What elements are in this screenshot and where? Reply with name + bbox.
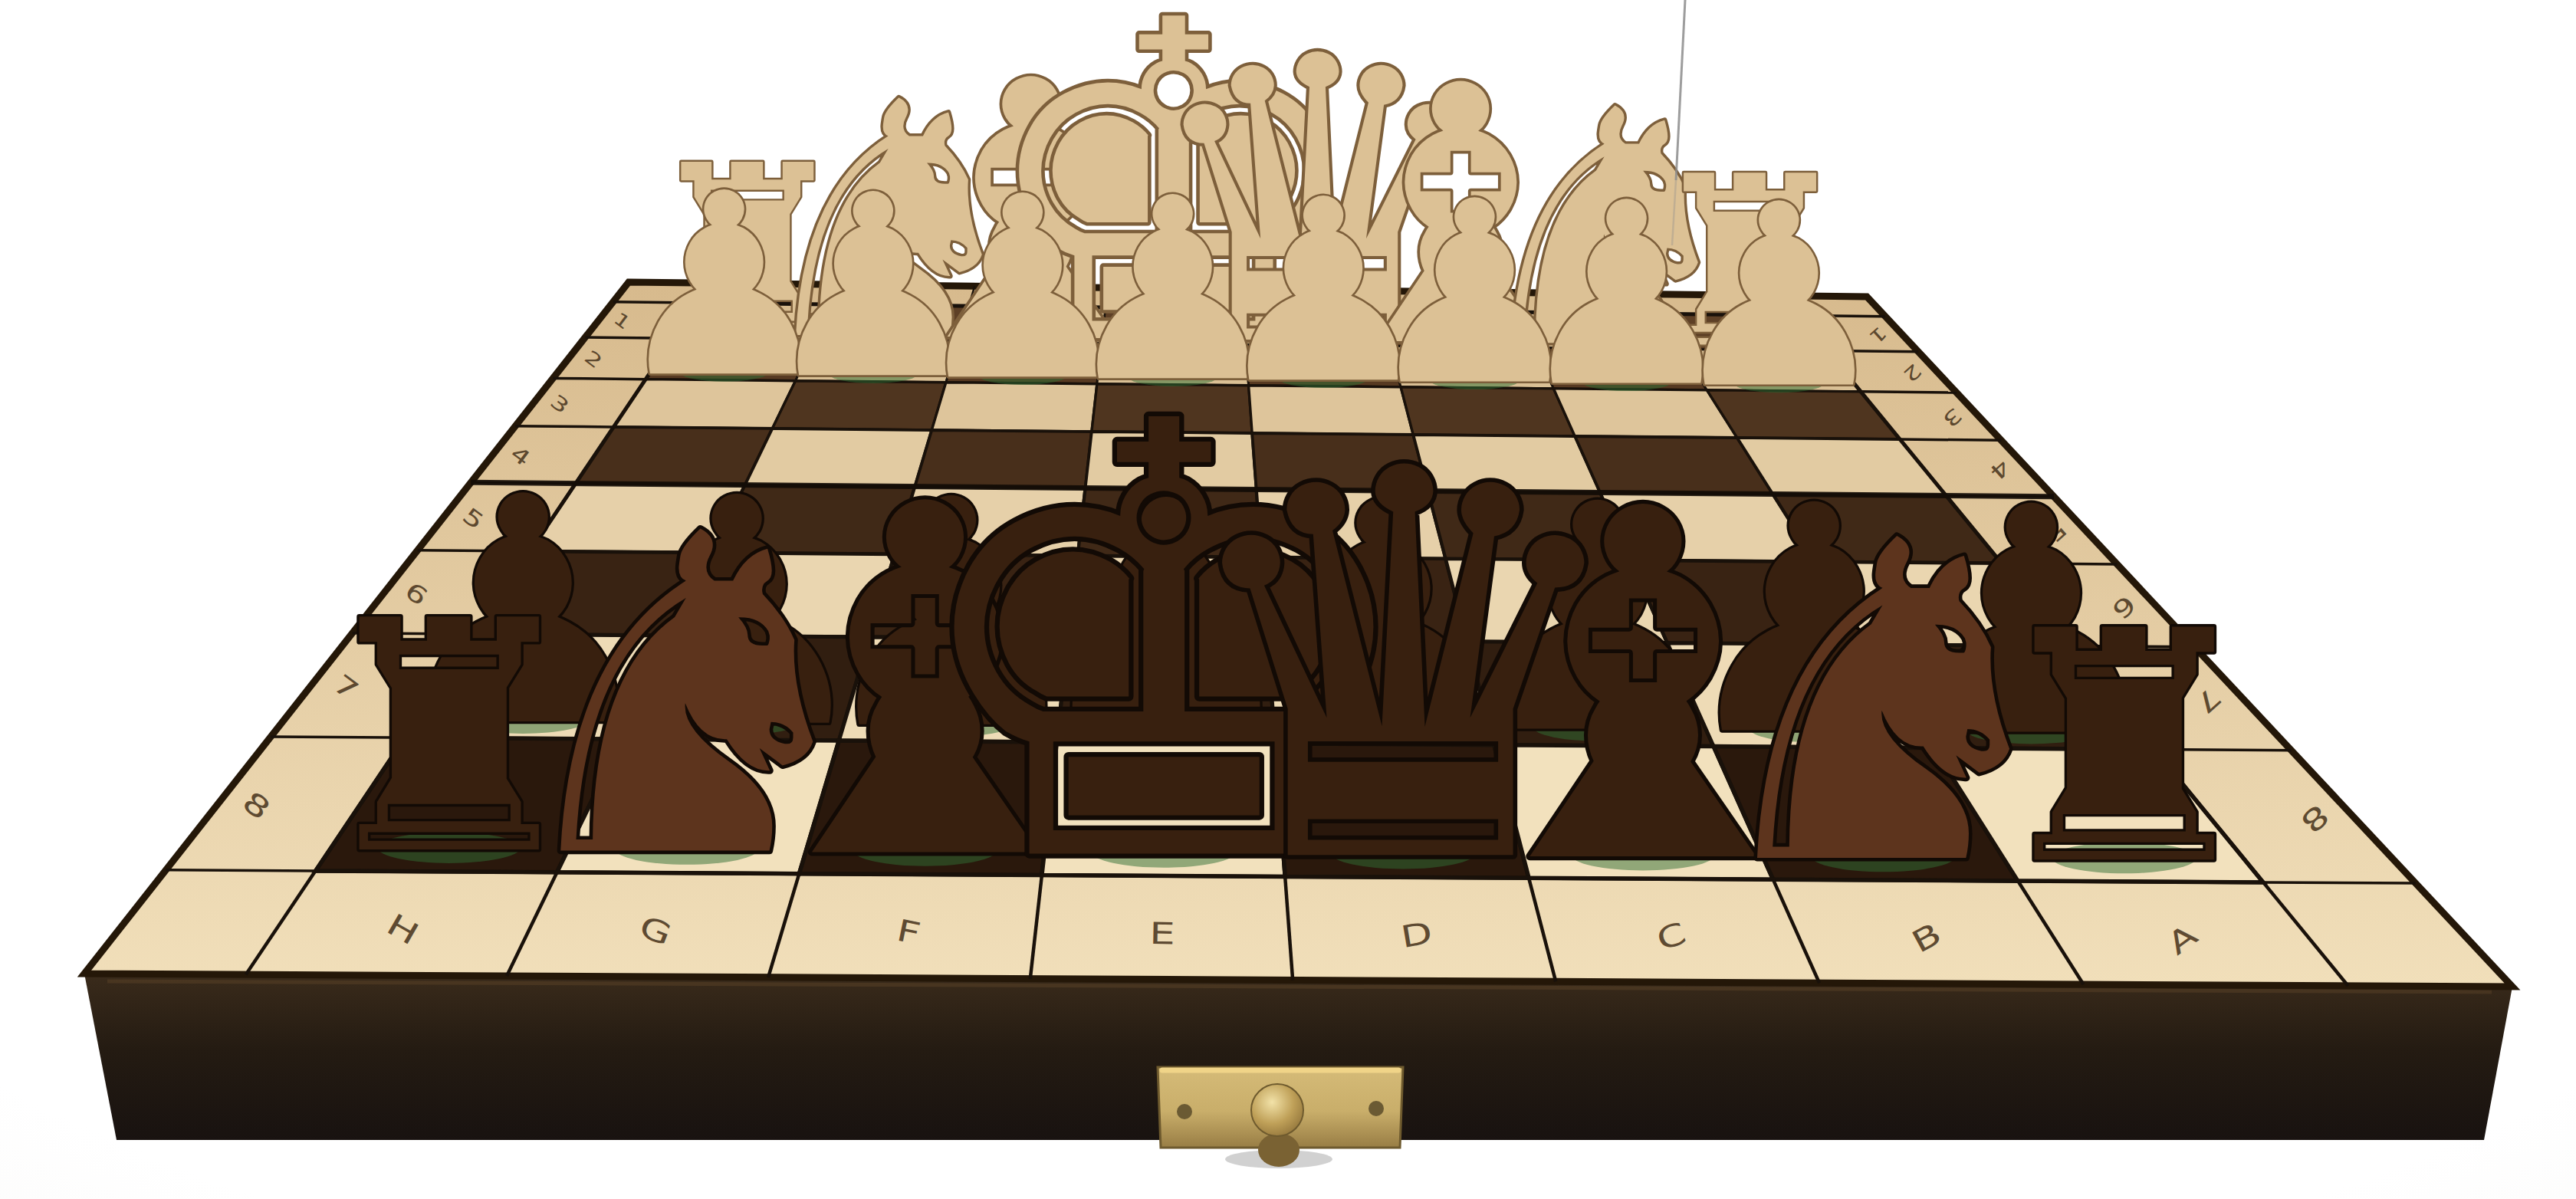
latch-screw-left xyxy=(1177,1104,1192,1119)
latch-knob xyxy=(1251,1084,1303,1136)
latch-screw-right xyxy=(1368,1101,1384,1116)
chess-set-photo: HGFEDCBA1122334455667788 ♜♞♝♚♛♝♞♜♟♟♟♟♟♟♟… xyxy=(0,0,2576,1199)
left-band-divider xyxy=(166,870,315,871)
left-band-divider xyxy=(515,426,613,427)
photo-stage: HGFEDCBA1122334455667788 ♜♞♝♚♛♝♞♜♟♟♟♟♟♟♟… xyxy=(0,0,2576,1199)
box-front-layer xyxy=(84,974,2512,1168)
piece-black-rook-a8: ♜ xyxy=(1981,563,2267,935)
piece-white-pawn-a2: ♟ xyxy=(1666,150,1892,444)
pieces-layer: ♜♞♝♚♛♝♞♜♟♟♟♟♟♟♟♟♟♟♟♟♟♟♟♟♜♞♝♚♛♝♞♜ xyxy=(306,0,2267,994)
latch-tongue xyxy=(1258,1133,1299,1167)
right-band-divider xyxy=(2263,882,2416,883)
